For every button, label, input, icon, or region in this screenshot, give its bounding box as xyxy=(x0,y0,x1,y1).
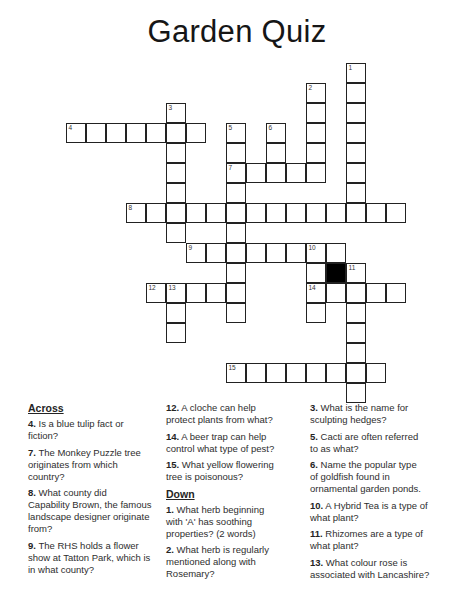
grid-cell[interactable] xyxy=(226,183,246,203)
grid-cell[interactable]: 2 xyxy=(306,83,326,103)
grid-cell[interactable] xyxy=(266,163,286,183)
clue-number: 13 xyxy=(169,284,176,292)
grid-cell[interactable] xyxy=(126,123,146,143)
clue-item-text: What colour rose is associated with Lanc… xyxy=(310,557,429,580)
grid-cell[interactable] xyxy=(306,123,326,143)
clue-item-text: A Hybrid Tea is a type of what plant? xyxy=(310,500,428,523)
clue-item-number: 7. xyxy=(28,447,36,458)
clue-column-1: Across4. Is a blue tulip fact or fiction… xyxy=(28,402,162,580)
grid-cell[interactable] xyxy=(346,323,366,343)
clue-item-text: What yellow flowering tree is poisonous? xyxy=(166,459,274,482)
grid-cell[interactable] xyxy=(146,123,166,143)
grid-cell[interactable] xyxy=(166,123,186,143)
grid-cell[interactable] xyxy=(346,123,366,143)
grid-cell[interactable] xyxy=(206,203,226,223)
grid-cell[interactable] xyxy=(366,283,386,303)
grid-cell[interactable] xyxy=(226,203,246,223)
grid-cell[interactable]: 6 xyxy=(266,123,286,143)
clue-number: 4 xyxy=(69,124,73,132)
clue-item: 10. A Hybrid Tea is a type of what plant… xyxy=(310,500,468,524)
grid-cell[interactable] xyxy=(186,123,206,143)
clue-number: 6 xyxy=(269,124,273,132)
grid-cell[interactable] xyxy=(246,203,266,223)
grid-cell[interactable] xyxy=(306,103,326,123)
clue-column-3: 3. What is the name for sculpting hedges… xyxy=(310,402,468,585)
grid-cell[interactable] xyxy=(306,263,326,283)
grid-cell[interactable] xyxy=(366,203,386,223)
grid-cell[interactable] xyxy=(186,203,206,223)
clue-item: 2. What herb is regularly mentioned alon… xyxy=(166,544,308,580)
grid-cell[interactable] xyxy=(346,283,366,303)
grid-cell[interactable] xyxy=(326,243,346,263)
grid-cell[interactable] xyxy=(346,163,366,183)
clue-item-text: What herb is regularly mentioned along w… xyxy=(166,544,269,579)
grid-cell[interactable] xyxy=(286,203,306,223)
clue-item: 13. What colour rose is associated with … xyxy=(310,557,468,581)
grid-cell[interactable] xyxy=(346,343,366,363)
across-header: Across xyxy=(28,402,162,414)
clue-number: 14 xyxy=(309,284,316,292)
grid-cell[interactable] xyxy=(246,243,266,263)
black-cell xyxy=(326,263,346,283)
grid-cell[interactable] xyxy=(306,163,326,183)
clue-item: 7. The Monkey Puzzle tree originates fro… xyxy=(28,447,162,483)
clue-item-text: The Monkey Puzzle tree originates from w… xyxy=(28,447,141,482)
grid-cell[interactable]: 4 xyxy=(66,123,86,143)
grid-cell[interactable]: 9 xyxy=(186,243,206,263)
grid-cell[interactable] xyxy=(166,323,186,343)
clue-number: 5 xyxy=(229,124,233,132)
clue-item-text: Is a blue tulip fact or fiction? xyxy=(28,418,124,441)
clue-item-number: 6. xyxy=(310,459,318,470)
grid-cell[interactable]: 7 xyxy=(226,163,246,183)
clue-item: 12. A cloche can help protect plants fro… xyxy=(166,402,308,426)
clue-item: 15. What yellow flowering tree is poison… xyxy=(166,459,308,483)
grid-cell[interactable] xyxy=(206,243,226,263)
grid-cell[interactable] xyxy=(326,203,346,223)
clue-item-number: 9. xyxy=(28,540,36,551)
grid-cell[interactable]: 12 xyxy=(146,283,166,303)
clue-number: 15 xyxy=(229,364,236,372)
grid-cell[interactable] xyxy=(86,123,106,143)
page-title: Garden Quiz xyxy=(0,15,474,49)
crossword-grid: 123456789101112131415 xyxy=(66,63,406,403)
clue-item-text: What herb beginning with 'A' has soothin… xyxy=(166,504,264,539)
grid-cell[interactable]: 15 xyxy=(226,363,246,383)
grid-cell[interactable] xyxy=(306,303,326,323)
grid-cell[interactable] xyxy=(166,183,186,203)
grid-cell[interactable] xyxy=(266,143,286,163)
clue-item: 4. Is a blue tulip fact or fiction? xyxy=(28,418,162,442)
clue-item: 3. What is the name for sculpting hedges… xyxy=(310,402,468,426)
clue-item-text: The RHS holds a flower show at Tatton Pa… xyxy=(28,540,150,575)
grid-cell[interactable] xyxy=(306,203,326,223)
clue-item-number: 2. xyxy=(166,544,174,555)
clue-item: 6. Name the popular type of goldfish fou… xyxy=(310,459,468,495)
grid-cell[interactable] xyxy=(346,143,366,163)
grid-cell[interactable] xyxy=(246,363,266,383)
grid-cell[interactable] xyxy=(346,183,366,203)
grid-cell[interactable] xyxy=(266,203,286,223)
clue-item-number: 11. xyxy=(310,528,323,539)
grid-cell[interactable] xyxy=(286,243,306,263)
clue-item-number: 12. xyxy=(166,402,179,413)
clue-item-number: 8. xyxy=(28,487,36,498)
clue-item-text: What county did Capability Brown, the fa… xyxy=(28,487,152,534)
grid-cell[interactable] xyxy=(226,283,246,303)
clue-item-number: 10. xyxy=(310,500,323,511)
grid-cell[interactable] xyxy=(146,203,166,223)
clue-item: 11. Rhizomes are a type of what plant? xyxy=(310,528,468,552)
grid-cell[interactable] xyxy=(346,103,366,123)
grid-cell[interactable] xyxy=(226,263,246,283)
grid-cell[interactable] xyxy=(166,203,186,223)
clue-item: 5. Cacti are often referred to as what? xyxy=(310,431,468,455)
grid-cell[interactable]: 10 xyxy=(306,243,326,263)
clue-item: 8. What county did Capability Brown, the… xyxy=(28,487,162,535)
clue-item-number: 3. xyxy=(310,402,318,413)
grid-cell[interactable] xyxy=(346,363,366,383)
grid-cell[interactable] xyxy=(166,223,186,243)
clue-item-number: 4. xyxy=(28,418,36,429)
clue-number: 9 xyxy=(189,244,193,252)
grid-cell[interactable] xyxy=(166,143,186,163)
grid-cell[interactable] xyxy=(266,363,286,383)
clue-number: 1 xyxy=(349,64,353,72)
clue-item-number: 14. xyxy=(166,431,179,442)
clue-column-2: 12. A cloche can help protect plants fro… xyxy=(166,402,308,585)
grid-cell[interactable] xyxy=(166,163,186,183)
clue-item-text: Rhizomes are a type of what plant? xyxy=(310,528,423,551)
clue-number: 7 xyxy=(229,164,233,172)
clue-item-text: Cacti are often referred to as what? xyxy=(310,431,418,454)
grid-cell[interactable] xyxy=(166,303,186,323)
grid-cell[interactable] xyxy=(346,303,366,323)
grid-cell[interactable]: 13 xyxy=(166,283,186,303)
clue-number: 11 xyxy=(349,264,356,272)
grid-cell[interactable]: 8 xyxy=(126,203,146,223)
grid-cell[interactable] xyxy=(306,143,326,163)
clue-item-text: A beer trap can help control what type o… xyxy=(166,431,274,454)
grid-cell[interactable] xyxy=(186,283,206,303)
grid-cell[interactable]: 14 xyxy=(306,283,326,303)
grid-cell[interactable] xyxy=(366,363,386,383)
clue-number: 2 xyxy=(309,84,313,92)
grid-cell[interactable]: 11 xyxy=(346,263,366,283)
grid-cell[interactable] xyxy=(266,243,286,263)
grid-cell[interactable] xyxy=(386,203,406,223)
grid-cell[interactable] xyxy=(226,143,246,163)
clue-item-text: A cloche can help protect plants from wh… xyxy=(166,402,273,425)
grid-cell[interactable] xyxy=(286,163,306,183)
grid-cell[interactable] xyxy=(326,283,346,303)
grid-cell[interactable]: 1 xyxy=(346,63,366,83)
grid-cell[interactable] xyxy=(226,243,246,263)
grid-cell[interactable] xyxy=(286,363,306,383)
clue-item: 1. What herb beginning with 'A' has soot… xyxy=(166,504,308,540)
clue-number: 3 xyxy=(169,104,173,112)
grid-cell[interactable] xyxy=(386,283,406,303)
clue-item-text: Name the popular type of goldfish found … xyxy=(310,459,421,494)
clue-item: 9. The RHS holds a flower show at Tatton… xyxy=(28,540,162,576)
grid-cell[interactable] xyxy=(346,203,366,223)
grid-cell[interactable]: 3 xyxy=(166,103,186,123)
grid-cell[interactable] xyxy=(206,283,226,303)
clue-item-text: What is the name for sculpting hedges? xyxy=(310,402,408,425)
clue-number: 12 xyxy=(149,284,156,292)
grid-cell[interactable]: 5 xyxy=(226,123,246,143)
grid-cell[interactable] xyxy=(306,363,326,383)
clue-number: 10 xyxy=(309,244,316,252)
clue-number: 8 xyxy=(129,204,133,212)
grid-cell[interactable] xyxy=(226,303,246,323)
down-header: Down xyxy=(166,488,308,500)
grid-cell[interactable] xyxy=(106,123,126,143)
clue-item-number: 5. xyxy=(310,431,318,442)
grid-cell[interactable] xyxy=(346,83,366,103)
grid-cell[interactable] xyxy=(346,383,366,403)
clue-item: 14. A beer trap can help control what ty… xyxy=(166,431,308,455)
clue-item-number: 1. xyxy=(166,504,174,515)
clue-item-number: 15. xyxy=(166,459,179,470)
grid-cell[interactable] xyxy=(326,363,346,383)
grid-cell[interactable] xyxy=(226,223,246,243)
clues-section: Across4. Is a blue tulip fact or fiction… xyxy=(0,402,474,613)
grid-cell[interactable] xyxy=(246,163,266,183)
clue-item-number: 13. xyxy=(310,557,323,568)
